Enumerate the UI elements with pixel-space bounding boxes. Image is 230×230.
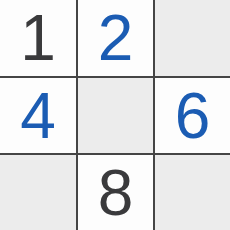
- sudoku-cell-r1c1[interactable]: 1: [0, 0, 76, 76]
- sudoku-cell-r3c3[interactable]: [155, 155, 230, 230]
- cell-digit: 6: [175, 84, 211, 148]
- sudoku-cell-r3c1[interactable]: [0, 155, 76, 230]
- cell-digit: 4: [20, 84, 56, 148]
- cell-digit: 1: [20, 6, 56, 70]
- cell-digit: 2: [98, 6, 134, 70]
- sudoku-cell-r1c2[interactable]: 2: [78, 0, 153, 76]
- sudoku-board: 1 2 4 6 8: [0, 0, 230, 230]
- sudoku-cell-r3c2[interactable]: 8: [78, 155, 153, 230]
- sudoku-cell-r2c1[interactable]: 4: [0, 78, 76, 153]
- cell-digit: 8: [98, 161, 134, 225]
- sudoku-cell-r1c3[interactable]: [155, 0, 230, 76]
- sudoku-cell-r2c2[interactable]: [78, 78, 153, 153]
- sudoku-cell-r2c3[interactable]: 6: [155, 78, 230, 153]
